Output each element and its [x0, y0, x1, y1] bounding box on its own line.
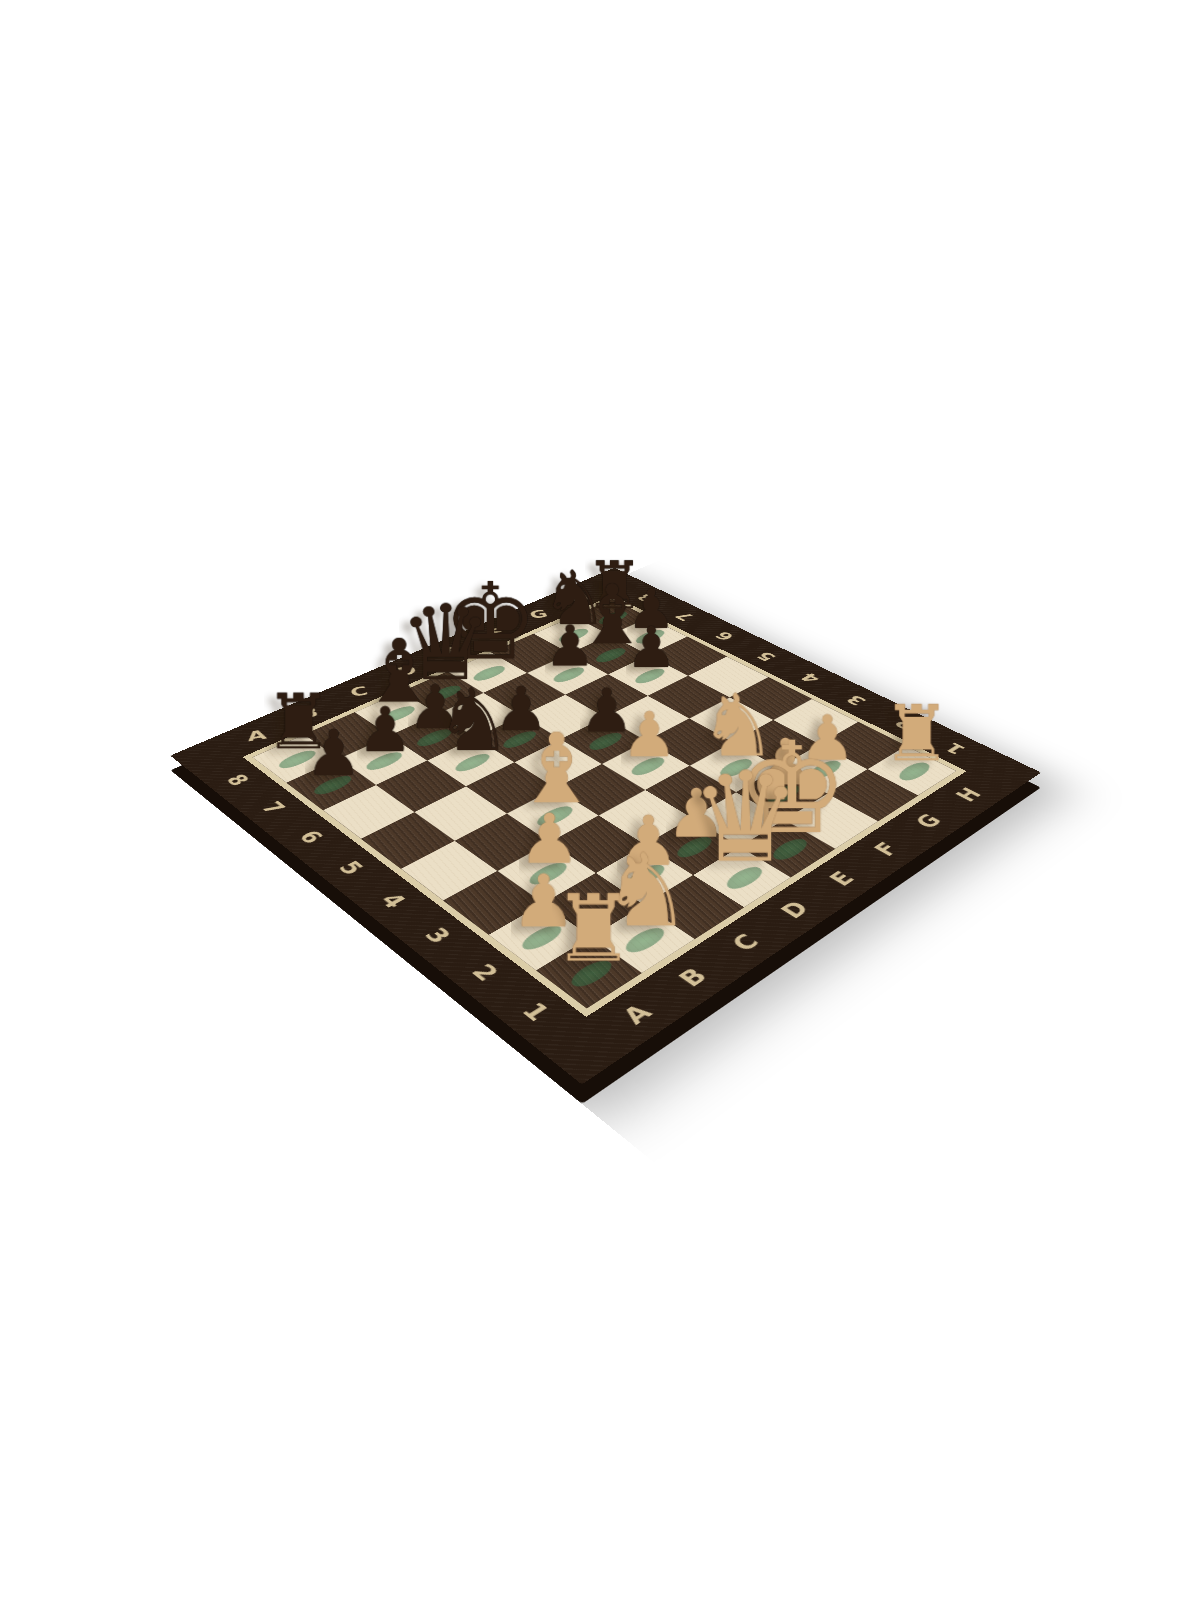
rank-label: 8 [199, 760, 276, 801]
piece-black-knight[interactable]: ♞ [435, 680, 512, 762]
piece-white-queen[interactable]: ♛ [690, 758, 802, 877]
piece-white-rook[interactable]: ♜ [552, 885, 634, 972]
piece-black-pawn[interactable]: ♟ [358, 701, 414, 760]
board-grid: ♜♝♛♚♞♜♟♟♟♟♝♟♞♟♟♟♝♟♟♞♟♟♟♟♟♜♞♛♚♜ [243, 595, 967, 1017]
piece-black-pawn[interactable]: ♟ [545, 620, 596, 674]
piece-black-pawn[interactable]: ♟ [306, 724, 363, 784]
chessboard: ABCDEFGH ABCDEFGH 87654321 87654321 ♜♝♛♚… [170, 568, 1041, 1085]
piece-white-rook[interactable]: ♜ [882, 698, 951, 771]
piece-white-pawn[interactable]: ♟ [622, 706, 678, 765]
square-d1[interactable]: ♛ [693, 847, 791, 908]
square-a1[interactable]: ♜ [536, 937, 642, 1009]
piece-black-pawn[interactable]: ♟ [626, 621, 677, 675]
photo-background: ABCDEFGH ABCDEFGH 87654321 87654321 ♜♝♛♚… [0, 0, 1200, 1600]
